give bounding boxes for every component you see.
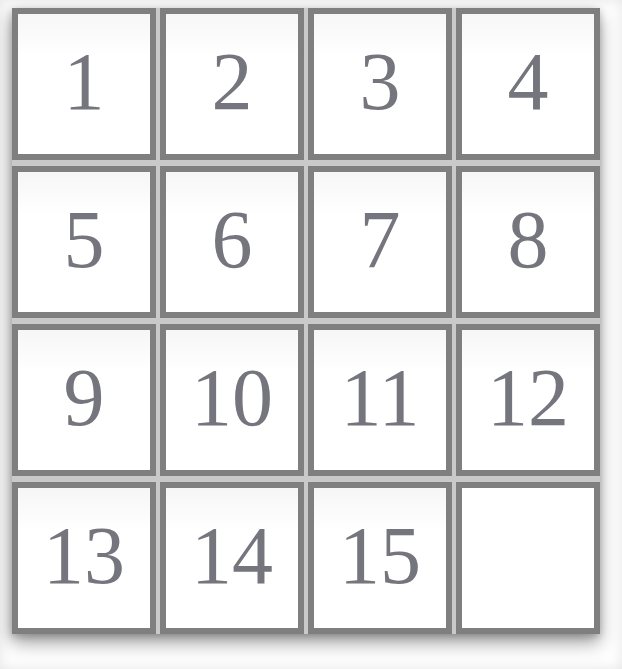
tile-15[interactable]: 15: [308, 482, 452, 634]
tile-13[interactable]: 13: [12, 482, 156, 634]
empty-cell: [456, 482, 600, 634]
tile-3[interactable]: 3: [308, 8, 452, 160]
tile-9[interactable]: 9: [12, 324, 156, 476]
tile-8[interactable]: 8: [456, 166, 600, 318]
tile-1[interactable]: 1: [12, 8, 156, 160]
puzzle-board: 1 2 3 4 5 6 7 8 9 10 11 12 13 14 15: [12, 8, 600, 634]
tile-2[interactable]: 2: [160, 8, 304, 160]
tile-11[interactable]: 11: [308, 324, 452, 476]
tile-4[interactable]: 4: [456, 8, 600, 160]
tile-6[interactable]: 6: [160, 166, 304, 318]
tile-10[interactable]: 10: [160, 324, 304, 476]
tile-5[interactable]: 5: [12, 166, 156, 318]
page: 1 2 3 4 5 6 7 8 9 10 11 12 13 14 15: [0, 0, 622, 669]
tile-14[interactable]: 14: [160, 482, 304, 634]
tile-12[interactable]: 12: [456, 324, 600, 476]
tile-7[interactable]: 7: [308, 166, 452, 318]
